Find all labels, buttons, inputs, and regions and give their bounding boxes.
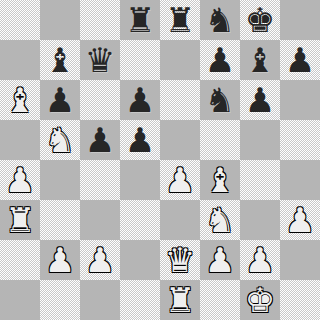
square-e7[interactable] bbox=[160, 40, 200, 80]
square-b4[interactable] bbox=[40, 160, 80, 200]
square-f4[interactable]: ♝ bbox=[200, 160, 240, 200]
square-a2[interactable] bbox=[0, 240, 40, 280]
white-king-piece[interactable]: ♚ bbox=[245, 280, 275, 320]
square-f1[interactable] bbox=[200, 280, 240, 320]
square-d1[interactable] bbox=[120, 280, 160, 320]
square-g3[interactable] bbox=[240, 200, 280, 240]
square-b6[interactable]: ♟ bbox=[40, 80, 80, 120]
white-knight-piece[interactable]: ♞ bbox=[45, 120, 75, 160]
square-h7[interactable]: ♟ bbox=[280, 40, 320, 80]
square-b7[interactable]: ♝ bbox=[40, 40, 80, 80]
black-pawn-piece[interactable]: ♟ bbox=[205, 40, 235, 80]
black-king-piece[interactable]: ♚ bbox=[245, 0, 275, 40]
square-e6[interactable] bbox=[160, 80, 200, 120]
black-rook-piece[interactable]: ♜ bbox=[125, 0, 155, 40]
square-d2[interactable] bbox=[120, 240, 160, 280]
square-d7[interactable] bbox=[120, 40, 160, 80]
white-pawn-piece[interactable]: ♟ bbox=[285, 200, 315, 240]
square-h5[interactable] bbox=[280, 120, 320, 160]
white-rook-piece[interactable]: ♜ bbox=[165, 280, 195, 320]
white-knight-piece[interactable]: ♞ bbox=[205, 200, 235, 240]
square-g1[interactable]: ♚ bbox=[240, 280, 280, 320]
square-d6[interactable]: ♟ bbox=[120, 80, 160, 120]
square-h4[interactable] bbox=[280, 160, 320, 200]
square-c8[interactable] bbox=[80, 0, 120, 40]
white-pawn-piece[interactable]: ♟ bbox=[165, 160, 195, 200]
square-e1[interactable]: ♜ bbox=[160, 280, 200, 320]
square-a3[interactable]: ♜ bbox=[0, 200, 40, 240]
square-e3[interactable] bbox=[160, 200, 200, 240]
square-g2[interactable]: ♟ bbox=[240, 240, 280, 280]
square-a8[interactable] bbox=[0, 0, 40, 40]
black-pawn-piece[interactable]: ♟ bbox=[125, 120, 155, 160]
square-c5[interactable]: ♟ bbox=[80, 120, 120, 160]
square-b2[interactable]: ♟ bbox=[40, 240, 80, 280]
black-knight-piece[interactable]: ♞ bbox=[205, 0, 235, 40]
square-c2[interactable]: ♟ bbox=[80, 240, 120, 280]
square-a6[interactable]: ♝ bbox=[0, 80, 40, 120]
square-a4[interactable]: ♟ bbox=[0, 160, 40, 200]
square-g5[interactable] bbox=[240, 120, 280, 160]
square-a7[interactable] bbox=[0, 40, 40, 80]
square-h3[interactable]: ♟ bbox=[280, 200, 320, 240]
square-f8[interactable]: ♞ bbox=[200, 0, 240, 40]
square-g6[interactable]: ♟ bbox=[240, 80, 280, 120]
square-e4[interactable]: ♟ bbox=[160, 160, 200, 200]
square-b1[interactable] bbox=[40, 280, 80, 320]
black-pawn-piece[interactable]: ♟ bbox=[285, 40, 315, 80]
square-e5[interactable] bbox=[160, 120, 200, 160]
white-pawn-piece[interactable]: ♟ bbox=[45, 240, 75, 280]
square-h2[interactable] bbox=[280, 240, 320, 280]
square-b3[interactable] bbox=[40, 200, 80, 240]
square-d5[interactable]: ♟ bbox=[120, 120, 160, 160]
square-c6[interactable] bbox=[80, 80, 120, 120]
black-pawn-piece[interactable]: ♟ bbox=[125, 80, 155, 120]
black-pawn-piece[interactable]: ♟ bbox=[45, 80, 75, 120]
black-pawn-piece[interactable]: ♟ bbox=[245, 80, 275, 120]
square-g8[interactable]: ♚ bbox=[240, 0, 280, 40]
chess-board: ♜♜♞♚♝♛♟♝♟♝♟♟♞♟♞♟♟♟♟♝♜♞♟♟♟♛♟♟♜♚ bbox=[0, 0, 320, 320]
square-f7[interactable]: ♟ bbox=[200, 40, 240, 80]
white-pawn-piece[interactable]: ♟ bbox=[245, 240, 275, 280]
black-bishop-piece[interactable]: ♝ bbox=[245, 40, 275, 80]
square-c4[interactable] bbox=[80, 160, 120, 200]
square-f6[interactable]: ♞ bbox=[200, 80, 240, 120]
square-d8[interactable]: ♜ bbox=[120, 0, 160, 40]
square-c1[interactable] bbox=[80, 280, 120, 320]
black-queen-piece[interactable]: ♛ bbox=[85, 40, 115, 80]
square-b8[interactable] bbox=[40, 0, 80, 40]
square-d3[interactable] bbox=[120, 200, 160, 240]
square-f5[interactable] bbox=[200, 120, 240, 160]
white-bishop-piece[interactable]: ♝ bbox=[205, 160, 235, 200]
square-e8[interactable]: ♜ bbox=[160, 0, 200, 40]
square-h1[interactable] bbox=[280, 280, 320, 320]
square-e2[interactable]: ♛ bbox=[160, 240, 200, 280]
square-g4[interactable] bbox=[240, 160, 280, 200]
white-pawn-piece[interactable]: ♟ bbox=[205, 240, 235, 280]
square-c3[interactable] bbox=[80, 200, 120, 240]
white-bishop-piece[interactable]: ♝ bbox=[5, 80, 35, 120]
square-d4[interactable] bbox=[120, 160, 160, 200]
white-pawn-piece[interactable]: ♟ bbox=[85, 240, 115, 280]
black-pawn-piece[interactable]: ♟ bbox=[85, 120, 115, 160]
square-g7[interactable]: ♝ bbox=[240, 40, 280, 80]
white-pawn-piece[interactable]: ♟ bbox=[5, 160, 35, 200]
square-b5[interactable]: ♞ bbox=[40, 120, 80, 160]
white-rook-piece[interactable]: ♜ bbox=[5, 200, 35, 240]
square-a5[interactable] bbox=[0, 120, 40, 160]
square-h8[interactable] bbox=[280, 0, 320, 40]
square-f2[interactable]: ♟ bbox=[200, 240, 240, 280]
black-bishop-piece[interactable]: ♝ bbox=[45, 40, 75, 80]
white-queen-piece[interactable]: ♛ bbox=[165, 240, 195, 280]
black-knight-piece[interactable]: ♞ bbox=[205, 80, 235, 120]
square-f3[interactable]: ♞ bbox=[200, 200, 240, 240]
square-a1[interactable] bbox=[0, 280, 40, 320]
square-h6[interactable] bbox=[280, 80, 320, 120]
black-rook-piece[interactable]: ♜ bbox=[165, 0, 195, 40]
square-c7[interactable]: ♛ bbox=[80, 40, 120, 80]
